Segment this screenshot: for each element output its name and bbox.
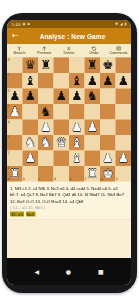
app-bar: ← Analyse : New Game xyxy=(7,28,131,44)
battery-icon: ▮ xyxy=(125,22,127,26)
square-b3[interactable]: ♞ xyxy=(23,135,39,151)
rank-label-7: 7 xyxy=(8,74,10,78)
branch-button[interactable]: Branch xyxy=(7,44,32,57)
square-f3[interactable] xyxy=(85,135,101,151)
square-c6[interactable] xyxy=(38,89,54,105)
black-pawn-g7[interactable]: ♟ xyxy=(100,73,116,89)
promote-button[interactable]: Promote xyxy=(32,44,57,57)
white-pawn-h2[interactable]: ♟ xyxy=(116,151,132,167)
square-c8[interactable]: ♜ xyxy=(38,58,54,74)
wifi-icon: ▼ xyxy=(115,22,118,26)
square-e3[interactable]: ♝ xyxy=(69,135,85,151)
square-e4[interactable]: ♟ xyxy=(69,120,85,136)
nav-home-button[interactable]: ● xyxy=(66,268,71,275)
square-a8[interactable]: 8 xyxy=(7,58,23,74)
square-c3[interactable]: ♞ xyxy=(38,135,54,151)
file-label-f: f xyxy=(85,178,86,182)
square-b7[interactable]: ♝ xyxy=(23,73,39,89)
square-g8[interactable]: ♚ xyxy=(100,58,116,74)
black-pawn-f7[interactable]: ♟ xyxy=(85,73,101,89)
square-h1[interactable]: h xyxy=(116,166,132,182)
square-d1[interactable]: d xyxy=(54,166,70,182)
square-g1[interactable]: ♚g xyxy=(100,166,116,182)
square-f7[interactable]: ♟ xyxy=(85,73,101,89)
white-pawn-e4[interactable]: ♟ xyxy=(69,120,85,136)
rank-label-2: 2 xyxy=(8,151,10,155)
empty-panel xyxy=(7,220,131,259)
chess-board[interactable]: 8♛♜♜♚7♝♝♟♟♟♟6♟♟♟♞♟5♞4♟♟♟3♞♞♛♝2♟♝♟♟♜1abcd… xyxy=(7,58,131,182)
back-arrow-button[interactable]: ← xyxy=(12,30,19,41)
file-label-c: c xyxy=(39,178,41,182)
square-g3[interactable] xyxy=(100,135,116,151)
black-rook-f8[interactable]: ♜ xyxy=(85,58,101,74)
square-b8[interactable]: ♛ xyxy=(23,58,39,74)
square-c7[interactable] xyxy=(38,73,54,89)
undo-button[interactable]: Undo xyxy=(81,44,106,57)
delete-label: Delete xyxy=(64,51,75,55)
square-f4[interactable]: ♟ xyxy=(85,120,101,136)
toolbar: Branch Promote Delete xyxy=(7,44,131,58)
black-bishop-e7[interactable]: ♝ xyxy=(69,73,85,89)
black-bishop-b7[interactable]: ♝ xyxy=(23,73,39,89)
current-move-line[interactable]: 15. a5Nc5 xyxy=(10,211,128,218)
square-e8[interactable] xyxy=(69,58,85,74)
white-queen-d3[interactable]: ♛ xyxy=(54,135,70,151)
square-h7[interactable]: ♟ xyxy=(116,73,132,89)
square-g7[interactable]: ♟ xyxy=(100,73,116,89)
white-knight-c3[interactable]: ♞ xyxy=(38,135,54,151)
phone-frame: 1:43 ◉ ▪ ▼ ◢ ▮ ← Analyse : New Game xyxy=(2,13,137,293)
white-pawn-g2[interactable]: ♟ xyxy=(100,151,116,167)
rank-label-5: 5 xyxy=(8,105,10,109)
current-move-white[interactable]: 15. a5 xyxy=(10,212,24,217)
white-pawn-c4[interactable]: ♟ xyxy=(38,120,54,136)
move-list[interactable]: 1. Nf3 c5 2. c4 Nf6 3. Nc3 e6 4. d4 cxd4… xyxy=(7,182,131,220)
square-f2[interactable] xyxy=(85,151,101,167)
undo-label: Undo xyxy=(89,51,98,55)
square-h6[interactable] xyxy=(116,89,132,105)
square-c4[interactable]: ♟ xyxy=(38,120,54,136)
black-pawn-e6[interactable]: ♟ xyxy=(69,89,85,105)
square-d7[interactable] xyxy=(54,73,70,89)
black-knight-f6[interactable]: ♞ xyxy=(85,89,101,105)
file-label-g: g xyxy=(101,178,103,182)
square-b5[interactable] xyxy=(23,104,39,120)
square-f1[interactable]: ♜f xyxy=(85,166,101,182)
rank-label-8: 8 xyxy=(8,58,10,62)
square-e6[interactable]: ♟ xyxy=(69,89,85,105)
square-d8[interactable] xyxy=(54,58,70,74)
square-d5[interactable] xyxy=(54,104,70,120)
square-a5[interactable]: ♟5 xyxy=(7,104,23,120)
black-pawn-h7[interactable]: ♟ xyxy=(116,73,132,89)
notification-icon: ◉ xyxy=(22,22,25,26)
square-g6[interactable] xyxy=(100,89,116,105)
square-b2[interactable]: ♟ xyxy=(23,151,39,167)
square-e7[interactable]: ♝ xyxy=(69,73,85,89)
comments-label: Comments xyxy=(110,51,128,55)
square-a4[interactable]: 4 xyxy=(7,120,23,136)
square-d2[interactable] xyxy=(54,151,70,167)
page-title: Analyse : New Game xyxy=(33,32,106,40)
square-c5[interactable]: ♞ xyxy=(38,104,54,120)
white-pawn-b2[interactable]: ♟ xyxy=(23,151,39,167)
square-h5[interactable] xyxy=(116,104,132,120)
square-a2[interactable]: 2 xyxy=(7,151,23,167)
square-e2[interactable]: ♝ xyxy=(69,151,85,167)
file-label-a: a xyxy=(8,178,10,182)
square-d4[interactable] xyxy=(54,120,70,136)
square-h2[interactable]: ♟ xyxy=(116,151,132,167)
comments-button[interactable]: Comments xyxy=(106,44,131,57)
square-a1[interactable]: ♜1a xyxy=(7,166,23,182)
square-h3[interactable] xyxy=(116,135,132,151)
promote-label: Promote xyxy=(37,51,51,55)
current-move-black[interactable]: Nc5 xyxy=(26,212,36,217)
black-pawn-d6[interactable]: ♟ xyxy=(54,89,70,105)
square-c1[interactable]: c xyxy=(38,166,54,182)
rank-label-4: 4 xyxy=(8,120,10,124)
square-b6[interactable]: ♟ xyxy=(23,89,39,105)
app-notification-icon: ▪ xyxy=(28,22,30,26)
square-b1[interactable]: b xyxy=(23,166,39,182)
branch-label: Branch xyxy=(13,51,25,55)
status-bar: 1:43 ◉ ▪ ▼ ◢ ▮ xyxy=(7,20,131,28)
white-bishop-e3[interactable]: ♝ xyxy=(69,135,85,151)
nav-recents-button[interactable]: ■ xyxy=(98,268,104,275)
square-f6[interactable]: ♞ xyxy=(85,89,101,105)
black-rook-c8[interactable]: ♜ xyxy=(38,58,54,74)
white-rook-f1[interactable]: ♜ xyxy=(85,166,101,182)
file-label-h: h xyxy=(116,178,118,182)
rank-label-3: 3 xyxy=(8,136,10,140)
file-label-b: b xyxy=(23,178,25,182)
square-h4[interactable] xyxy=(116,120,132,136)
white-pawn-f4[interactable]: ♟ xyxy=(85,120,101,136)
black-king-g8[interactable]: ♚ xyxy=(100,58,116,74)
square-d6[interactable]: ♟ xyxy=(54,89,70,105)
square-b4[interactable] xyxy=(23,120,39,136)
square-a7[interactable]: 7 xyxy=(7,73,23,89)
rank-label-6: 6 xyxy=(8,89,10,93)
square-f5[interactable] xyxy=(85,104,101,120)
square-d3[interactable]: ♛ xyxy=(54,135,70,151)
phone-screen: 1:43 ◉ ▪ ▼ ◢ ▮ ← Analyse : New Game xyxy=(7,20,131,285)
black-knight-c5[interactable]: ♞ xyxy=(38,104,54,120)
file-label-d: d xyxy=(54,178,56,182)
white-knight-b3[interactable]: ♞ xyxy=(23,135,39,151)
rank-label-1: 1 xyxy=(8,167,10,171)
white-bishop-e2[interactable]: ♝ xyxy=(69,151,85,167)
nav-back-button[interactable]: ◀ xyxy=(34,268,39,275)
black-queen-b8[interactable]: ♛ xyxy=(23,58,39,74)
android-nav-bar: ◀ ● ■ xyxy=(7,258,131,285)
square-g5[interactable] xyxy=(100,104,116,120)
square-e5[interactable] xyxy=(69,104,85,120)
square-a3[interactable]: 3 xyxy=(7,135,23,151)
file-label-e: e xyxy=(70,178,72,182)
square-c2[interactable] xyxy=(38,151,54,167)
square-g2[interactable]: ♟ xyxy=(100,151,116,167)
black-pawn-b6[interactable]: ♟ xyxy=(23,89,39,105)
delete-button[interactable]: Delete xyxy=(57,44,82,57)
signal-icon: ◢ xyxy=(120,22,123,26)
square-f8[interactable]: ♜ xyxy=(85,58,101,74)
desktop-background: 1:43 ◉ ▪ ▼ ◢ ▮ ← Analyse : New Game xyxy=(0,0,139,300)
square-a6[interactable]: ♟6 xyxy=(7,89,23,105)
square-g4[interactable] xyxy=(100,120,116,136)
square-e1[interactable]: e xyxy=(69,166,85,182)
square-h8[interactable] xyxy=(116,58,132,74)
clock: 1:43 xyxy=(12,22,21,27)
